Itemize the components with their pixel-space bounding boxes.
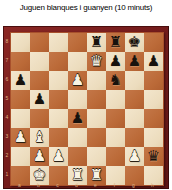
square-f2[interactable] [106,147,125,166]
black-pawn[interactable]: ♟ [144,52,163,71]
black-knight[interactable]: ♞ [106,71,125,90]
square-b5[interactable]: ♟ [30,90,49,109]
square-f7[interactable]: ♟ [106,52,125,71]
square-h3[interactable] [144,128,163,147]
square-a3[interactable]: ♟ [11,128,30,147]
file-label-g: g [124,182,143,188]
white-queen[interactable]: ♛ [87,52,106,71]
square-d5[interactable] [68,90,87,109]
file-label-d: d [67,182,86,188]
black-pawn[interactable]: ♟ [30,90,49,109]
square-a7[interactable] [11,52,30,71]
square-g8[interactable]: ♚ [125,33,144,52]
file-label-a: a [10,182,29,188]
square-b7[interactable] [30,52,49,71]
white-pawn[interactable]: ♟ [49,147,68,166]
square-h6[interactable] [144,71,163,90]
square-h7[interactable]: ♟ [144,52,163,71]
square-f4[interactable] [106,109,125,128]
square-g2[interactable]: ♟ [125,147,144,166]
file-label-b: b [29,182,48,188]
square-a5[interactable] [11,90,30,109]
square-d2[interactable] [68,147,87,166]
square-c8[interactable] [49,33,68,52]
file-label-h: h [143,182,162,188]
black-king[interactable]: ♚ [125,33,144,52]
black-queen[interactable]: ♛ [144,147,163,166]
square-d7[interactable] [68,52,87,71]
square-e4[interactable] [87,109,106,128]
puzzle-title: Juguen blanques i guanyen (10 minuts) [0,3,172,13]
square-c5[interactable] [49,90,68,109]
square-h4[interactable] [144,109,163,128]
square-b3[interactable]: ♝ [30,128,49,147]
square-h8[interactable] [144,33,163,52]
square-a4[interactable] [11,109,30,128]
square-e3[interactable] [87,128,106,147]
white-pawn[interactable]: ♟ [68,71,87,90]
black-pawn[interactable]: ♟ [125,52,144,71]
file-label-f: f [105,182,124,188]
white-pawn[interactable]: ♟ [11,128,30,147]
square-c4[interactable] [49,109,68,128]
square-e7[interactable]: ♛ [87,52,106,71]
square-h2[interactable]: ♛ [144,147,163,166]
square-f3[interactable] [106,128,125,147]
black-pawn[interactable]: ♟ [68,109,87,128]
square-b8[interactable] [30,33,49,52]
square-g6[interactable] [125,71,144,90]
black-pawn[interactable]: ♟ [106,52,125,71]
square-c2[interactable]: ♟ [49,147,68,166]
square-c7[interactable] [49,52,68,71]
square-g4[interactable] [125,109,144,128]
square-f5[interactable] [106,90,125,109]
square-h5[interactable] [144,90,163,109]
square-d3[interactable] [68,128,87,147]
white-pawn[interactable]: ♟ [30,147,49,166]
square-b6[interactable] [30,71,49,90]
square-c3[interactable] [49,128,68,147]
square-d4[interactable]: ♟ [68,109,87,128]
white-bishop[interactable]: ♝ [30,128,49,147]
square-g5[interactable] [125,90,144,109]
square-f6[interactable]: ♞ [106,71,125,90]
chess-board-frame: 87654321 ♜♜♚♛♟♟♟♟♟♞♟♟♟♝♟♟♟♛♚♜♜ abcdefgh [3,26,169,189]
square-a8[interactable] [11,33,30,52]
white-pawn[interactable]: ♟ [125,147,144,166]
square-e6[interactable] [87,71,106,90]
square-g7[interactable]: ♟ [125,52,144,71]
black-rook[interactable]: ♜ [87,33,106,52]
black-rook[interactable]: ♜ [106,33,125,52]
square-f8[interactable]: ♜ [106,33,125,52]
square-b2[interactable]: ♟ [30,147,49,166]
square-a6[interactable]: ♟ [11,71,30,90]
square-b4[interactable] [30,109,49,128]
square-e8[interactable]: ♜ [87,33,106,52]
black-pawn[interactable]: ♟ [11,71,30,90]
square-a2[interactable] [11,147,30,166]
squares-grid: ♜♜♚♛♟♟♟♟♟♞♟♟♟♝♟♟♟♛♚♜♜ [10,32,164,186]
square-d6[interactable]: ♟ [68,71,87,90]
square-e2[interactable] [87,147,106,166]
file-labels: abcdefgh [10,182,162,188]
square-e5[interactable] [87,90,106,109]
square-c6[interactable] [49,71,68,90]
square-d8[interactable] [68,33,87,52]
file-label-c: c [48,182,67,188]
file-label-e: e [86,182,105,188]
square-g3[interactable] [125,128,144,147]
